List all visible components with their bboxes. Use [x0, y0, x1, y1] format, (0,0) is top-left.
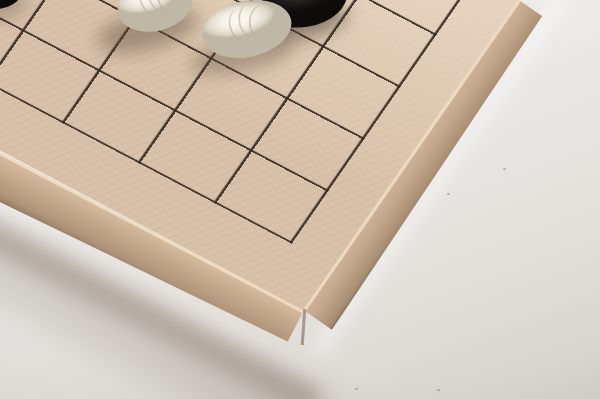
dust-speck: [437, 389, 440, 391]
go-board-corner-photo: [0, 0, 600, 399]
dust-speck: [447, 193, 450, 195]
dust-speck: [355, 388, 358, 390]
clamshell-groove: [248, 4, 278, 40]
dust-speck: [503, 168, 506, 170]
